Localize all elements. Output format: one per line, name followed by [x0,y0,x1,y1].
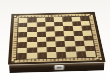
border-ornament-right [89,17,100,55]
border-corner-ornament-bottom-left [11,59,17,63]
square-c4[interactable] [36,37,46,42]
square-e2[interactable] [56,47,66,53]
photo-background [0,0,110,81]
square-h4[interactable] [83,35,93,40]
square-e4[interactable] [55,36,65,41]
square-f1[interactable] [66,52,76,58]
chess-board [8,12,106,65]
square-g1[interactable] [76,52,87,58]
square-h2[interactable] [84,46,95,52]
square-d2[interactable] [46,47,56,53]
square-b4[interactable] [27,37,36,42]
square-b1[interactable] [27,53,37,59]
square-b5[interactable] [27,32,36,37]
square-c2[interactable] [37,47,47,53]
square-d4[interactable] [46,36,56,41]
square-h1[interactable] [85,51,96,57]
board-squares [17,16,96,59]
decorative-border-band [11,14,102,63]
square-d1[interactable] [46,52,56,58]
square-g4[interactable] [73,36,83,41]
square-f4[interactable] [64,36,74,41]
border-ornament-left [12,19,18,58]
border-ornament-bottom [19,57,94,61]
square-a3[interactable] [17,42,27,48]
square-g3[interactable] [74,41,84,47]
square-f2[interactable] [65,46,75,52]
metal-clasp-icon [54,65,64,70]
square-a4[interactable] [18,37,28,42]
square-g2[interactable] [75,46,85,52]
border-corner-ornament-bottom-right [96,57,102,61]
square-b2[interactable] [27,47,37,53]
square-b3[interactable] [27,42,37,48]
square-c3[interactable] [37,42,47,48]
square-e1[interactable] [56,52,66,58]
square-f3[interactable] [65,41,75,47]
square-a5[interactable] [18,32,27,37]
board-frame [8,12,106,65]
square-h3[interactable] [84,40,94,46]
square-a2[interactable] [17,48,27,54]
square-e3[interactable] [55,41,65,47]
square-d3[interactable] [46,41,56,47]
square-c1[interactable] [37,53,47,59]
border-corner-ornament-top-right [88,14,93,17]
square-a1[interactable] [17,53,27,59]
